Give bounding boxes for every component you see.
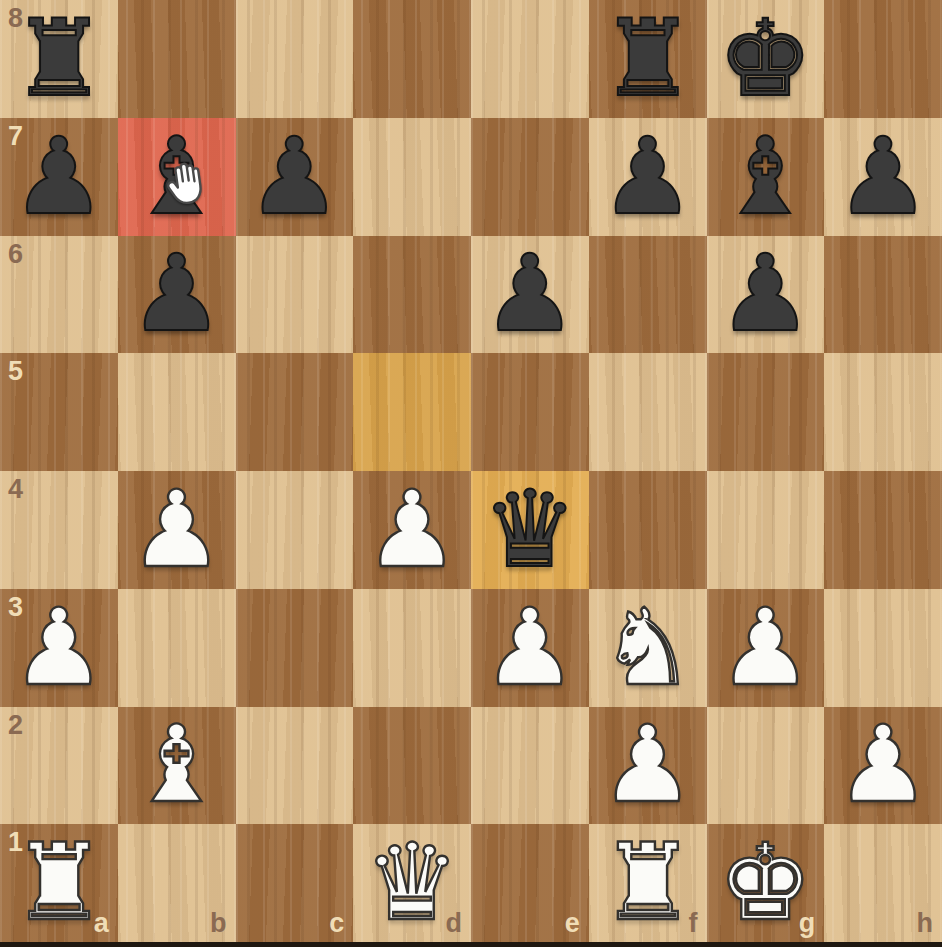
- wood-grain-texture: [824, 0, 942, 118]
- square-b1[interactable]: b: [118, 824, 236, 942]
- wood-grain-texture: [118, 353, 236, 471]
- wood-grain-texture: [236, 589, 354, 707]
- square-c4[interactable]: [236, 471, 354, 589]
- square-e4[interactable]: ♛: [471, 471, 589, 589]
- file-label-c: c: [329, 910, 344, 937]
- square-f6[interactable]: [589, 236, 707, 354]
- square-h7[interactable]: ♟: [824, 118, 942, 236]
- square-b5[interactable]: [118, 353, 236, 471]
- piece-black-pawn-e6[interactable]: ♟: [471, 236, 589, 354]
- wood-grain-texture: [118, 589, 236, 707]
- square-a2[interactable]: 2: [0, 707, 118, 825]
- wood-grain-texture: [471, 707, 589, 825]
- piece-black-pawn-g6[interactable]: ♟: [707, 236, 825, 354]
- wood-grain-texture: [0, 236, 118, 354]
- wood-grain-texture: [236, 471, 354, 589]
- wood-grain-texture: [353, 118, 471, 236]
- square-f3[interactable]: ♞: [589, 589, 707, 707]
- rank-label-2: 2: [8, 712, 23, 739]
- square-a3[interactable]: 3♟: [0, 589, 118, 707]
- wood-grain-texture: [707, 353, 825, 471]
- file-label-h: h: [917, 910, 934, 937]
- wood-grain-texture: [824, 589, 942, 707]
- square-a6[interactable]: 6: [0, 236, 118, 354]
- wood-grain-texture: [824, 824, 942, 942]
- wood-grain-texture: [0, 353, 118, 471]
- square-d1[interactable]: d♛: [353, 824, 471, 942]
- rank-label-6: 6: [8, 241, 23, 268]
- square-g5[interactable]: [707, 353, 825, 471]
- piece-black-pawn-b6[interactable]: ♟: [118, 236, 236, 354]
- wood-grain-texture: [0, 471, 118, 589]
- chess-board[interactable]: 8♜♜♚7♟♝♟♟♝♟6♟♟♟54♟♟♛3♟♟♞♟2♝♟♟1a♜bcd♛ef♜g…: [0, 0, 942, 942]
- piece-black-rook-f8[interactable]: ♜: [589, 0, 707, 118]
- square-g7[interactable]: ♝: [707, 118, 825, 236]
- square-d5[interactable]: [353, 353, 471, 471]
- square-h1[interactable]: h: [824, 824, 942, 942]
- square-g8[interactable]: ♚: [707, 0, 825, 118]
- square-c3[interactable]: [236, 589, 354, 707]
- rank-label-4: 4: [8, 476, 23, 503]
- piece-white-pawn-b4[interactable]: ♟: [118, 471, 236, 589]
- wood-grain-texture: [471, 0, 589, 118]
- piece-white-bishop-b2[interactable]: ♝: [118, 707, 236, 825]
- square-a7[interactable]: 7♟: [0, 118, 118, 236]
- wood-grain-texture: [707, 471, 825, 589]
- square-f7[interactable]: ♟: [589, 118, 707, 236]
- square-e7[interactable]: [471, 118, 589, 236]
- piece-black-rook-a8[interactable]: ♜: [0, 0, 118, 118]
- square-f1[interactable]: f♜: [589, 824, 707, 942]
- wood-grain-texture: [236, 707, 354, 825]
- square-c7[interactable]: ♟: [236, 118, 354, 236]
- square-f5[interactable]: [589, 353, 707, 471]
- file-label-b: b: [210, 910, 227, 937]
- square-d6[interactable]: [353, 236, 471, 354]
- square-f4[interactable]: [589, 471, 707, 589]
- wood-grain-texture: [236, 236, 354, 354]
- square-g6[interactable]: ♟: [707, 236, 825, 354]
- wood-grain-texture: [236, 824, 354, 942]
- square-h3[interactable]: [824, 589, 942, 707]
- square-e3[interactable]: ♟: [471, 589, 589, 707]
- square-c6[interactable]: [236, 236, 354, 354]
- piece-white-pawn-d4[interactable]: ♟: [353, 471, 471, 589]
- wood-grain-texture: [824, 353, 942, 471]
- wood-grain-texture: [824, 236, 942, 354]
- piece-black-bishop-g7[interactable]: ♝: [707, 118, 825, 236]
- piece-black-pawn-c7[interactable]: ♟: [236, 118, 354, 236]
- piece-white-pawn-g3[interactable]: ♟: [707, 589, 825, 707]
- square-b2[interactable]: ♝: [118, 707, 236, 825]
- square-g4[interactable]: [707, 471, 825, 589]
- square-h6[interactable]: [824, 236, 942, 354]
- square-g2[interactable]: [707, 707, 825, 825]
- square-f2[interactable]: ♟: [589, 707, 707, 825]
- piece-black-queen-e4[interactable]: ♛: [471, 471, 589, 589]
- square-e5[interactable]: [471, 353, 589, 471]
- square-g1[interactable]: g♚: [707, 824, 825, 942]
- wood-grain-texture: [118, 824, 236, 942]
- piece-white-pawn-a3[interactable]: ♟: [0, 589, 118, 707]
- file-label-e: e: [565, 910, 580, 937]
- piece-white-rook-a1[interactable]: ♜: [0, 824, 118, 942]
- square-a4[interactable]: 4: [0, 471, 118, 589]
- square-e8[interactable]: [471, 0, 589, 118]
- piece-white-pawn-h2[interactable]: ♟: [824, 707, 942, 825]
- wood-grain-texture: [707, 707, 825, 825]
- square-c1[interactable]: c: [236, 824, 354, 942]
- wood-grain-texture: [589, 471, 707, 589]
- piece-white-pawn-f2[interactable]: ♟: [589, 707, 707, 825]
- square-a5[interactable]: 5: [0, 353, 118, 471]
- square-h5[interactable]: [824, 353, 942, 471]
- wood-grain-texture: [0, 707, 118, 825]
- square-a8[interactable]: 8♜: [0, 0, 118, 118]
- square-d8[interactable]: [353, 0, 471, 118]
- square-h2[interactable]: ♟: [824, 707, 942, 825]
- piece-white-rook-f1[interactable]: ♜: [589, 824, 707, 942]
- wood-grain-texture: [353, 236, 471, 354]
- square-d4[interactable]: ♟: [353, 471, 471, 589]
- wood-grain-texture: [589, 236, 707, 354]
- wood-grain-texture: [236, 353, 354, 471]
- wood-grain-texture: [353, 589, 471, 707]
- square-c8[interactable]: [236, 0, 354, 118]
- wood-grain-texture: [118, 0, 236, 118]
- rank-label-5: 5: [8, 358, 23, 385]
- square-b6[interactable]: ♟: [118, 236, 236, 354]
- piece-black-pawn-a7[interactable]: ♟: [0, 118, 118, 236]
- wood-grain-texture: [236, 0, 354, 118]
- square-g3[interactable]: ♟: [707, 589, 825, 707]
- square-h8[interactable]: [824, 0, 942, 118]
- square-b7[interactable]: ♝: [118, 118, 236, 236]
- piece-white-knight-f3[interactable]: ♞: [589, 589, 707, 707]
- square-d3[interactable]: [353, 589, 471, 707]
- piece-black-pawn-f7[interactable]: ♟: [589, 118, 707, 236]
- wood-grain-texture: [353, 0, 471, 118]
- chess-app: 8♜♜♚7♟♝♟♟♝♟6♟♟♟54♟♟♛3♟♟♞♟2♝♟♟1a♜bcd♛ef♜g…: [0, 0, 942, 947]
- square-d7[interactable]: [353, 118, 471, 236]
- square-d2[interactable]: [353, 707, 471, 825]
- piece-white-pawn-e3[interactable]: ♟: [471, 589, 589, 707]
- piece-black-bishop-b7[interactable]: ♝: [118, 118, 236, 236]
- piece-black-pawn-h7[interactable]: ♟: [824, 118, 942, 236]
- square-e1[interactable]: e: [471, 824, 589, 942]
- square-f8[interactable]: ♜: [589, 0, 707, 118]
- square-h4[interactable]: [824, 471, 942, 589]
- wood-grain-texture: [589, 353, 707, 471]
- square-b8[interactable]: [118, 0, 236, 118]
- square-b3[interactable]: [118, 589, 236, 707]
- wood-grain-texture: [824, 471, 942, 589]
- square-e2[interactable]: [471, 707, 589, 825]
- square-a1[interactable]: 1a♜: [0, 824, 118, 942]
- wood-grain-texture: [471, 118, 589, 236]
- piece-black-king-g8[interactable]: ♚: [707, 0, 825, 118]
- square-e6[interactable]: ♟: [471, 236, 589, 354]
- piece-white-queen-d1[interactable]: ♛: [353, 824, 471, 942]
- wood-grain-texture: [353, 353, 471, 471]
- piece-white-king-g1[interactable]: ♚: [707, 824, 825, 942]
- square-b4[interactable]: ♟: [118, 471, 236, 589]
- wood-grain-texture: [471, 353, 589, 471]
- square-c2[interactable]: [236, 707, 354, 825]
- wood-grain-texture: [471, 824, 589, 942]
- square-c5[interactable]: [236, 353, 354, 471]
- wood-grain-texture: [353, 707, 471, 825]
